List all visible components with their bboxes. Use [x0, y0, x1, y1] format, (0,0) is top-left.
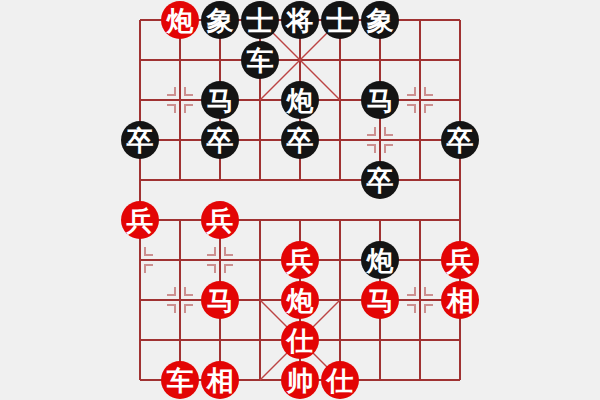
piece-black-cannon[interactable]: 炮	[281, 81, 319, 119]
piece-black-soldier[interactable]: 卒	[201, 121, 239, 159]
piece-black-soldier[interactable]: 卒	[361, 161, 399, 199]
piece-red-soldier[interactable]: 兵	[201, 201, 239, 239]
piece-red-soldier[interactable]: 兵	[441, 241, 479, 279]
piece-red-soldier[interactable]: 兵	[121, 201, 159, 239]
piece-red-soldier[interactable]: 兵	[281, 241, 319, 279]
piece-red-advisor[interactable]: 仕	[281, 321, 319, 359]
piece-red-elephant[interactable]: 相	[201, 361, 239, 399]
piece-red-elephant[interactable]: 相	[441, 281, 479, 319]
xiangqi-board: 炮象士将士象车马炮马卒卒卒卒卒兵兵兵炮兵马炮马相仕车相帅仕	[0, 0, 600, 400]
pieces-layer: 炮象士将士象车马炮马卒卒卒卒卒兵兵兵炮兵马炮马相仕车相帅仕	[0, 0, 600, 400]
piece-black-advisor[interactable]: 士	[321, 1, 359, 39]
piece-red-horse[interactable]: 马	[201, 281, 239, 319]
piece-black-general[interactable]: 将	[281, 1, 319, 39]
piece-red-chariot[interactable]: 车	[161, 361, 199, 399]
piece-black-soldier[interactable]: 卒	[121, 121, 159, 159]
piece-red-cannon[interactable]: 炮	[281, 281, 319, 319]
piece-black-horse[interactable]: 马	[361, 81, 399, 119]
piece-black-soldier[interactable]: 卒	[441, 121, 479, 159]
piece-red-advisor[interactable]: 仕	[321, 361, 359, 399]
piece-black-elephant[interactable]: 象	[201, 1, 239, 39]
piece-red-cannon[interactable]: 炮	[161, 1, 199, 39]
piece-black-cannon[interactable]: 炮	[361, 241, 399, 279]
piece-black-chariot[interactable]: 车	[241, 41, 279, 79]
piece-black-advisor[interactable]: 士	[241, 1, 279, 39]
piece-black-horse[interactable]: 马	[201, 81, 239, 119]
piece-red-horse[interactable]: 马	[361, 281, 399, 319]
piece-black-soldier[interactable]: 卒	[281, 121, 319, 159]
piece-red-general[interactable]: 帅	[281, 361, 319, 399]
piece-black-elephant[interactable]: 象	[361, 1, 399, 39]
